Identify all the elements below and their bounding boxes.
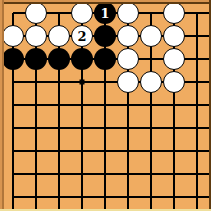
- white-stone: [71, 2, 93, 24]
- black-stone: [71, 48, 93, 70]
- board-frame-left: [0, 0, 4, 211]
- white-stone: [117, 48, 139, 70]
- grid-line-vertical: [150, 163, 152, 186]
- white-stone: [163, 2, 185, 24]
- grid-line-vertical: [196, 71, 198, 94]
- grid-line-vertical: [12, 71, 14, 94]
- black-stone: [94, 25, 116, 47]
- grid-line-vertical: [150, 140, 152, 163]
- white-stone: [163, 25, 185, 47]
- intersection: [2, 48, 25, 71]
- grid-line-vertical: [81, 94, 83, 117]
- intersection: [140, 117, 163, 140]
- white-stone: [25, 2, 47, 24]
- black-stone: [48, 48, 70, 70]
- grid-line-vertical: [196, 94, 198, 117]
- intersection: [140, 2, 163, 25]
- intersection: [117, 25, 140, 48]
- white-stone: [140, 25, 162, 47]
- grid-line-vertical: [12, 117, 14, 140]
- grid-line-vertical: [58, 163, 60, 186]
- grid-line-vertical: [81, 186, 83, 209]
- grid-line-vertical: [196, 163, 198, 186]
- intersection: [140, 140, 163, 163]
- grid-line-horizontal: [13, 104, 25, 106]
- intersection: [2, 140, 25, 163]
- grid-line-horizontal: [13, 127, 25, 129]
- intersection: [25, 163, 48, 186]
- intersection: [71, 2, 94, 25]
- white-stone: [117, 2, 139, 24]
- intersection: [163, 48, 186, 71]
- grid-line-vertical: [127, 140, 129, 163]
- grid-line-vertical: [58, 13, 60, 25]
- intersection: [140, 48, 163, 71]
- white-stone: [163, 48, 185, 70]
- grid-line-horizontal: [13, 150, 25, 152]
- grid-line-vertical: [196, 140, 198, 163]
- go-diagram: 12: [0, 0, 211, 211]
- grid-line-vertical: [58, 71, 60, 94]
- intersection: [140, 163, 163, 186]
- grid-line-vertical: [58, 117, 60, 140]
- intersection: [186, 140, 209, 163]
- white-stone: [140, 71, 162, 93]
- grid-line-vertical: [81, 140, 83, 163]
- white-stone: [117, 71, 139, 93]
- intersection: [25, 186, 48, 209]
- intersection: [48, 25, 71, 48]
- intersection: [117, 117, 140, 140]
- grid-line-vertical: [196, 117, 198, 140]
- grid-line-vertical: [35, 163, 37, 186]
- intersection: [163, 140, 186, 163]
- intersection: [117, 2, 140, 25]
- intersection: [117, 163, 140, 186]
- intersection: [25, 140, 48, 163]
- intersection: [186, 94, 209, 117]
- intersection: [25, 2, 48, 25]
- intersection: [48, 163, 71, 186]
- grid-line-vertical: [35, 186, 37, 209]
- intersection: [71, 94, 94, 117]
- grid-line-vertical: [12, 140, 14, 163]
- intersection: [94, 94, 117, 117]
- intersection: [94, 163, 117, 186]
- board-frame-bottom: [0, 209, 211, 211]
- white-stone: 2: [71, 25, 93, 47]
- intersection: [94, 48, 117, 71]
- intersection: [48, 117, 71, 140]
- grid-line-horizontal: [13, 196, 25, 198]
- intersection: [140, 71, 163, 94]
- intersection: [140, 94, 163, 117]
- intersection: [25, 71, 48, 94]
- intersection: [2, 186, 25, 209]
- intersection: [48, 94, 71, 117]
- black-stone: 1: [94, 2, 116, 24]
- grid-line-vertical: [196, 13, 198, 25]
- grid-line-vertical: [127, 163, 129, 186]
- grid-line-vertical: [12, 163, 14, 186]
- grid-line-vertical: [58, 140, 60, 163]
- intersection: [140, 25, 163, 48]
- grid-line-vertical: [104, 94, 106, 117]
- grid-line-vertical: [173, 117, 175, 140]
- black-stone: [94, 48, 116, 70]
- grid-line-vertical: [173, 186, 175, 209]
- intersection: [71, 163, 94, 186]
- intersection: [71, 48, 94, 71]
- intersection: [48, 48, 71, 71]
- grid-line-vertical: [12, 13, 14, 25]
- grid-line-vertical: [196, 25, 198, 48]
- grid-line-vertical: [58, 186, 60, 209]
- grid-line-vertical: [104, 186, 106, 209]
- grid-line-vertical: [150, 186, 152, 209]
- grid-line-vertical: [104, 71, 106, 94]
- intersection: [71, 117, 94, 140]
- goban-grid: 12: [2, 2, 209, 209]
- grid-line-vertical: [150, 117, 152, 140]
- grid-line-vertical: [196, 186, 198, 209]
- intersection: [94, 25, 117, 48]
- intersection: [186, 117, 209, 140]
- grid-line-vertical: [150, 94, 152, 117]
- intersection: [94, 186, 117, 209]
- black-stone: [2, 48, 24, 70]
- intersection: 1: [94, 2, 117, 25]
- grid-line-vertical: [104, 163, 106, 186]
- intersection: [140, 186, 163, 209]
- grid-line-vertical: [12, 94, 14, 117]
- intersection: [117, 94, 140, 117]
- star-point: [80, 80, 85, 85]
- white-stone: [2, 25, 24, 47]
- intersection: [163, 2, 186, 25]
- intersection: [117, 71, 140, 94]
- grid-line-vertical: [35, 117, 37, 140]
- intersection: [2, 163, 25, 186]
- board-frame-right: [209, 0, 211, 211]
- grid-line-vertical: [150, 13, 152, 25]
- intersection: [48, 2, 71, 25]
- grid-line-horizontal: [13, 173, 25, 175]
- intersection: [2, 25, 25, 48]
- white-stone: [48, 25, 70, 47]
- intersection: [25, 117, 48, 140]
- intersection: [186, 25, 209, 48]
- intersection: [94, 117, 117, 140]
- grid-line-vertical: [35, 94, 37, 117]
- grid-line-vertical: [173, 94, 175, 117]
- grid-line-vertical: [104, 140, 106, 163]
- grid-line-vertical: [127, 94, 129, 117]
- intersection: [186, 186, 209, 209]
- move-number-label: 2: [77, 30, 86, 43]
- grid-line-vertical: [12, 186, 14, 209]
- grid-line-vertical: [173, 140, 175, 163]
- intersection: [163, 163, 186, 186]
- grid-line-vertical: [150, 48, 152, 71]
- intersection: [2, 94, 25, 117]
- intersection: [163, 71, 186, 94]
- intersection: [48, 186, 71, 209]
- grid-line-vertical: [104, 117, 106, 140]
- intersection: [71, 71, 94, 94]
- grid-line-vertical: [81, 117, 83, 140]
- intersection: [117, 186, 140, 209]
- intersection: [25, 48, 48, 71]
- white-stone: [25, 25, 47, 47]
- intersection: [186, 2, 209, 25]
- intersection: [163, 117, 186, 140]
- grid-line-horizontal: [13, 81, 25, 83]
- white-stone: [163, 71, 185, 93]
- grid-line-vertical: [81, 163, 83, 186]
- intersection: [163, 186, 186, 209]
- intersection: [25, 94, 48, 117]
- intersection: [94, 71, 117, 94]
- intersection: [117, 140, 140, 163]
- intersection: [25, 25, 48, 48]
- move-number-label: 1: [100, 7, 109, 20]
- intersection: [163, 94, 186, 117]
- intersection: [117, 48, 140, 71]
- intersection: [71, 186, 94, 209]
- intersection: [71, 140, 94, 163]
- intersection: [2, 71, 25, 94]
- white-stone: [117, 25, 139, 47]
- black-stone: [25, 48, 47, 70]
- intersection: [186, 71, 209, 94]
- intersection: [186, 163, 209, 186]
- intersection: [48, 71, 71, 94]
- intersection: [94, 140, 117, 163]
- intersection: [2, 2, 25, 25]
- board-frame-top: [0, 0, 211, 4]
- grid-line-vertical: [173, 163, 175, 186]
- grid-line-horizontal: [13, 12, 25, 14]
- grid-line-vertical: [127, 186, 129, 209]
- grid-line-vertical: [196, 48, 198, 71]
- grid-line-vertical: [58, 94, 60, 117]
- intersection: [163, 25, 186, 48]
- intersection: [48, 140, 71, 163]
- intersection: [2, 117, 25, 140]
- grid-line-vertical: [35, 140, 37, 163]
- grid-line-vertical: [35, 71, 37, 94]
- intersection: 2: [71, 25, 94, 48]
- intersection: [186, 48, 209, 71]
- grid-line-vertical: [127, 117, 129, 140]
